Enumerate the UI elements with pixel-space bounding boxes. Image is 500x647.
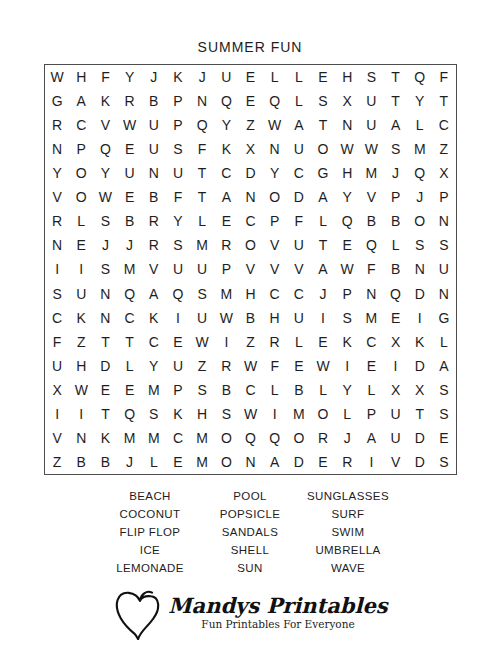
grid-cell-r7c11: F	[287, 209, 311, 233]
grid-cell-r14c14: L	[359, 378, 383, 402]
grid-cell-r17c9: N	[238, 450, 262, 474]
grid-cell-r3c4: W	[118, 113, 142, 137]
grid-cell-r12c11: L	[287, 330, 311, 354]
grid-cell-r1c5: J	[142, 65, 166, 89]
puzzle-title: SUMMER FUN	[0, 39, 500, 55]
grid-cell-r14c17: S	[432, 378, 456, 402]
grid-cell-r10c7: S	[190, 282, 214, 306]
grid-cell-r14c12: L	[311, 378, 335, 402]
grid-cell-r3c13: N	[335, 113, 359, 137]
grid-cell-r17c17: S	[432, 450, 456, 474]
grid-cell-r16c5: M	[142, 426, 166, 450]
grid-cell-r8c16: S	[408, 233, 432, 257]
grid-cell-r9c4: M	[118, 257, 142, 281]
grid-cell-r9c5: V	[142, 257, 166, 281]
grid-cell-r16c14: A	[359, 426, 383, 450]
grid-cell-r17c4: J	[118, 450, 142, 474]
grid-cell-r9c3: S	[93, 257, 117, 281]
grid-cell-r3c10: W	[263, 113, 287, 137]
grid-cell-r5c1: Y	[45, 161, 69, 185]
grid-cell-r4c1: N	[45, 137, 69, 161]
grid-cell-r5c4: U	[118, 161, 142, 185]
grid-cell-r11c10: H	[263, 306, 287, 330]
grid-cell-r9c16: N	[408, 257, 432, 281]
grid-cell-r2c10: Q	[263, 89, 287, 113]
grid-cell-r9c10: V	[263, 257, 287, 281]
grid-cell-r16c9: Q	[238, 426, 262, 450]
grid-cell-r11c16: I	[408, 306, 432, 330]
grid-cell-r14c11: B	[287, 378, 311, 402]
grid-cell-r17c7: M	[190, 450, 214, 474]
grid-cell-r11c13: S	[335, 306, 359, 330]
grid-cell-r4c13: W	[335, 137, 359, 161]
grid-cell-r14c1: X	[45, 378, 69, 402]
grid-cell-r12c12: E	[311, 330, 335, 354]
grid-cell-r7c2: L	[69, 209, 93, 233]
grid-cell-r10c10: C	[263, 282, 287, 306]
grid-cell-r8c3: J	[93, 233, 117, 257]
grid-cell-r16c1: V	[45, 426, 69, 450]
grid-cell-r13c17: A	[432, 354, 456, 378]
grid-cell-r14c8: B	[214, 378, 238, 402]
grid-cell-r13c9: W	[238, 354, 262, 378]
grid-cell-r1c6: K	[166, 65, 190, 89]
grid-cell-r3c15: A	[383, 113, 407, 137]
grid-cell-r15c14: P	[359, 402, 383, 426]
grid-cell-r5c14: M	[359, 161, 383, 185]
grid-cell-r14c2: W	[69, 378, 93, 402]
grid-cell-r12c16: K	[408, 330, 432, 354]
grid-cell-r9c2: I	[69, 257, 93, 281]
grid-cell-r17c3: B	[93, 450, 117, 474]
grid-cell-r8c14: Q	[359, 233, 383, 257]
grid-cell-r12c15: X	[383, 330, 407, 354]
grid-cell-r15c5: S	[142, 402, 166, 426]
grid-cell-r6c12: A	[311, 185, 335, 209]
grid-cell-r15c1: I	[45, 402, 69, 426]
grid-cell-r5c17: X	[432, 161, 456, 185]
grid-cell-r6c2: O	[69, 185, 93, 209]
grid-cell-r7c17: N	[432, 209, 456, 233]
grid-cell-r17c13: R	[335, 450, 359, 474]
grid-cell-r16c13: J	[335, 426, 359, 450]
grid-cell-r9c13: W	[335, 257, 359, 281]
grid-cell-r14c10: L	[263, 378, 287, 402]
grid-cell-r6c5: B	[142, 185, 166, 209]
grid-cell-r7c14: B	[359, 209, 383, 233]
grid-cell-r3c9: Z	[238, 113, 262, 137]
grid-cell-r3c11: A	[287, 113, 311, 137]
grid-cell-r15c17: S	[432, 402, 456, 426]
grid-cell-r15c8: S	[214, 402, 238, 426]
grid-cell-r10c11: C	[287, 282, 311, 306]
grid-cell-r5c10: Y	[263, 161, 287, 185]
grid-cell-r8c9: O	[238, 233, 262, 257]
grid-cell-r10c9: H	[238, 282, 262, 306]
grid-cell-r6c6: F	[166, 185, 190, 209]
grid-cell-r4c11: U	[287, 137, 311, 161]
grid-cell-r15c6: K	[166, 402, 190, 426]
grid-cell-r1c14: S	[359, 65, 383, 89]
grid-cell-r4c16: M	[408, 137, 432, 161]
grid-cell-r1c3: F	[93, 65, 117, 89]
grid-cell-r6c15: P	[383, 185, 407, 209]
grid-cell-r3c1: R	[45, 113, 69, 137]
grid-cell-r3c3: V	[93, 113, 117, 137]
grid-cell-r9c12: A	[311, 257, 335, 281]
grid-cell-r5c16: Q	[408, 161, 432, 185]
grid-cell-r11c11: U	[287, 306, 311, 330]
grid-cell-r6c4: E	[118, 185, 142, 209]
grid-cell-r15c13: L	[335, 402, 359, 426]
grid-cell-r16c17: E	[432, 426, 456, 450]
grid-cell-r2c13: X	[335, 89, 359, 113]
grid-cell-r5c13: H	[335, 161, 359, 185]
grid-cell-r4c12: O	[311, 137, 335, 161]
grid-cell-r4c3: Q	[93, 137, 117, 161]
grid-cell-r7c1: R	[45, 209, 69, 233]
grid-cell-r1c17: F	[432, 65, 456, 89]
grid-cell-r9c8: P	[214, 257, 238, 281]
grid-cell-r12c6: E	[166, 330, 190, 354]
grid-cell-r1c9: E	[238, 65, 262, 89]
grid-cell-r13c1: U	[45, 354, 69, 378]
grid-cell-r11c1: C	[45, 306, 69, 330]
grid-cell-r14c4: E	[118, 378, 142, 402]
grid-cell-r8c6: S	[166, 233, 190, 257]
grid-cell-r11c14: M	[359, 306, 383, 330]
grid-cell-r12c10: R	[263, 330, 287, 354]
grid-cell-r17c5: L	[142, 450, 166, 474]
grid-cell-r16c16: D	[408, 426, 432, 450]
grid-cell-r8c1: N	[45, 233, 69, 257]
grid-cell-r9c1: I	[45, 257, 69, 281]
grid-cell-r11c15: E	[383, 306, 407, 330]
brand-footer: Mandys Printables Fun Printables For Eve…	[0, 588, 500, 640]
worksheet-page: SUMMER FUN WHFYJKJUELLEHSTQFGAKRBPNQEQLS…	[0, 0, 500, 647]
grid-cell-r2c4: R	[118, 89, 142, 113]
grid-cell-r8c4: J	[118, 233, 142, 257]
grid-cell-r2c17: T	[432, 89, 456, 113]
grid-cell-r10c15: Q	[383, 282, 407, 306]
grid-cell-r5c9: D	[238, 161, 262, 185]
grid-cell-r10c12: J	[311, 282, 335, 306]
grid-cell-r1c8: U	[214, 65, 238, 89]
grid-cell-r2c9: E	[238, 89, 262, 113]
grid-cell-r3c17: C	[432, 113, 456, 137]
grid-cell-r6c9: N	[238, 185, 262, 209]
grid-cell-r7c13: Q	[335, 209, 359, 233]
grid-cell-r15c4: Q	[118, 402, 142, 426]
grid-cell-r1c1: W	[45, 65, 69, 89]
grid-cell-r4c15: S	[383, 137, 407, 161]
grid-cell-r3c16: L	[408, 113, 432, 137]
grid-cell-r15c2: I	[69, 402, 93, 426]
grid-cell-r7c8: E	[214, 209, 238, 233]
grid-cell-r8c10: V	[263, 233, 287, 257]
grid-cell-r1c2: H	[69, 65, 93, 89]
grid-cell-r12c14: C	[359, 330, 383, 354]
grid-cell-r14c6: P	[166, 378, 190, 402]
grid-cell-r16c3: K	[93, 426, 117, 450]
grid-cell-r13c8: R	[214, 354, 238, 378]
grid-cell-r13c6: U	[166, 354, 190, 378]
grid-cell-r13c13: I	[335, 354, 359, 378]
grid-cell-r9c15: B	[383, 257, 407, 281]
grid-cell-r6c14: V	[359, 185, 383, 209]
grid-cell-r6c17: P	[432, 185, 456, 209]
grid-cell-r13c12: W	[311, 354, 335, 378]
word-list: BEACHCOCONUTFLIP FLOPICELEMONADEPOOLPOPS…	[0, 487, 500, 579]
grid-cell-r2c3: K	[93, 89, 117, 113]
grid-cell-r9c6: U	[166, 257, 190, 281]
grid-cell-r3c5: U	[142, 113, 166, 137]
brand-text-block: Mandys Printables Fun Printables For Eve…	[168, 595, 387, 631]
grid-cell-r7c16: O	[408, 209, 432, 233]
grid-cell-r14c15: X	[383, 378, 407, 402]
grid-cell-r4c5: U	[142, 137, 166, 161]
grid-cell-r5c3: Y	[93, 161, 117, 185]
grid-cell-r13c16: D	[408, 354, 432, 378]
brand-name: Mandys Printables	[168, 595, 387, 617]
grid-cell-r13c10: F	[263, 354, 287, 378]
grid-cell-r10c8: M	[214, 282, 238, 306]
word-item: SURF	[282, 505, 414, 523]
word-list-column-3: SUNGLASSESSURFSWIMUMBRELLAWAVE	[282, 487, 414, 577]
grid-cell-r16c12: R	[311, 426, 335, 450]
grid-cell-r4c8: K	[214, 137, 238, 161]
grid-cell-r4c7: F	[190, 137, 214, 161]
grid-cell-r1c11: L	[287, 65, 311, 89]
grid-cell-r7c15: B	[383, 209, 407, 233]
grid-cell-r12c9: Z	[238, 330, 262, 354]
grid-cell-r17c1: Z	[45, 450, 69, 474]
grid-cell-r8c7: M	[190, 233, 214, 257]
word-item: UMBRELLA	[282, 541, 414, 559]
grid-cell-r16c7: M	[190, 426, 214, 450]
grid-cell-r8c17: S	[432, 233, 456, 257]
word-item: SUNGLASSES	[282, 487, 414, 505]
grid-cell-r10c6: Q	[166, 282, 190, 306]
grid-cell-r4c4: E	[118, 137, 142, 161]
grid-cell-r11c12: I	[311, 306, 335, 330]
grid-cell-r4c14: W	[359, 137, 383, 161]
heart-icon	[112, 588, 166, 640]
grid-cell-r15c15: U	[383, 402, 407, 426]
grid-cell-r10c1: S	[45, 282, 69, 306]
grid-cell-r12c1: F	[45, 330, 69, 354]
grid-cell-r17c14: I	[359, 450, 383, 474]
word-item: WAVE	[282, 559, 414, 577]
grid-cell-r3c6: P	[166, 113, 190, 137]
grid-cell-r6c11: D	[287, 185, 311, 209]
grid-cell-r16c11: O	[287, 426, 311, 450]
grid-cell-r16c4: M	[118, 426, 142, 450]
grid-cell-r16c8: O	[214, 426, 238, 450]
grid-cell-r13c3: D	[93, 354, 117, 378]
grid-cell-r11c6: I	[166, 306, 190, 330]
grid-cell-r11c4: C	[118, 306, 142, 330]
grid-cell-r1c10: L	[263, 65, 287, 89]
grid-cell-r15c3: T	[93, 402, 117, 426]
grid-cell-r3c7: Q	[190, 113, 214, 137]
grid-cell-r10c17: N	[432, 282, 456, 306]
grid-cell-r13c7: Z	[190, 354, 214, 378]
grid-cell-r13c15: I	[383, 354, 407, 378]
grid-cell-r10c14: N	[359, 282, 383, 306]
grid-cell-r8c11: U	[287, 233, 311, 257]
grid-cell-r8c12: T	[311, 233, 335, 257]
grid-cell-r16c15: U	[383, 426, 407, 450]
brand-tagline: Fun Printables For Everyone	[168, 618, 387, 631]
grid-cell-r14c9: C	[238, 378, 262, 402]
grid-cell-r6c1: V	[45, 185, 69, 209]
grid-cell-r12c13: K	[335, 330, 359, 354]
grid-cell-r17c10: A	[263, 450, 287, 474]
grid-cell-r6c8: A	[214, 185, 238, 209]
grid-cell-r2c8: Q	[214, 89, 238, 113]
grid-cell-r15c16: T	[408, 402, 432, 426]
grid-cell-r12c17: L	[432, 330, 456, 354]
grid-cell-r8c8: R	[214, 233, 238, 257]
grid-cell-r4c10: N	[263, 137, 287, 161]
grid-cell-r17c6: E	[166, 450, 190, 474]
grid-cell-r11c17: G	[432, 306, 456, 330]
grid-cell-r7c7: L	[190, 209, 214, 233]
grid-cell-r15c11: M	[287, 402, 311, 426]
grid-cell-r1c16: Q	[408, 65, 432, 89]
grid-cell-r7c10: P	[263, 209, 287, 233]
grid-cell-r4c6: S	[166, 137, 190, 161]
grid-cell-r3c12: T	[311, 113, 335, 137]
grid-cell-r13c4: L	[118, 354, 142, 378]
grid-cell-r8c15: L	[383, 233, 407, 257]
grid-cell-r2c2: A	[69, 89, 93, 113]
grid-cell-r8c2: E	[69, 233, 93, 257]
grid-cell-r2c15: T	[383, 89, 407, 113]
grid-cell-r16c10: Q	[263, 426, 287, 450]
grid-cell-r5c11: C	[287, 161, 311, 185]
grid-cell-r5c8: C	[214, 161, 238, 185]
grid-cell-r12c8: I	[214, 330, 238, 354]
grid-cell-r16c2: N	[69, 426, 93, 450]
grid-cell-r2c6: P	[166, 89, 190, 113]
grid-cell-r14c5: M	[142, 378, 166, 402]
grid-cell-r7c12: L	[311, 209, 335, 233]
grid-cell-r5c5: N	[142, 161, 166, 185]
grid-cell-r7c9: C	[238, 209, 262, 233]
grid-cell-r2c7: N	[190, 89, 214, 113]
grid-cell-r1c15: T	[383, 65, 407, 89]
grid-cell-r5c15: J	[383, 161, 407, 185]
grid-cell-r14c7: S	[190, 378, 214, 402]
grid-cell-r13c11: E	[287, 354, 311, 378]
grid-cell-r12c5: C	[142, 330, 166, 354]
grid-cell-r3c2: C	[69, 113, 93, 137]
grid-cell-r2c12: S	[311, 89, 335, 113]
grid-cell-r15c10: I	[263, 402, 287, 426]
grid-cell-r1c4: Y	[118, 65, 142, 89]
grid-cell-r11c8: W	[214, 306, 238, 330]
grid-cell-r12c3: T	[93, 330, 117, 354]
grid-cell-r9c7: U	[190, 257, 214, 281]
grid-cell-r17c15: V	[383, 450, 407, 474]
grid-cell-r14c16: X	[408, 378, 432, 402]
grid-cell-r13c5: Y	[142, 354, 166, 378]
grid-cell-r7c6: Y	[166, 209, 190, 233]
grid-cell-r11c5: K	[142, 306, 166, 330]
word-search-grid: WHFYJKJUELLEHSTQFGAKRBPNQEQLSXUTYTRCVWUP…	[44, 64, 457, 475]
grid-cell-r11c9: B	[238, 306, 262, 330]
grid-cell-r17c2: B	[69, 450, 93, 474]
grid-cell-r6c10: O	[263, 185, 287, 209]
grid-cell-r2c16: Y	[408, 89, 432, 113]
grid-cell-r9c17: U	[432, 257, 456, 281]
grid-cell-r15c7: H	[190, 402, 214, 426]
grid-cell-r5c7: T	[190, 161, 214, 185]
grid-cell-r17c8: O	[214, 450, 238, 474]
grid-cell-r3c14: U	[359, 113, 383, 137]
grid-cell-r4c2: P	[69, 137, 93, 161]
grid-cell-r9c9: V	[238, 257, 262, 281]
grid-cell-r7c4: B	[118, 209, 142, 233]
grid-cell-r14c13: Y	[335, 378, 359, 402]
grid-cell-r2c14: U	[359, 89, 383, 113]
word-item: SWIM	[282, 523, 414, 541]
grid-cell-r9c11: V	[287, 257, 311, 281]
grid-cell-r2c1: G	[45, 89, 69, 113]
grid-cell-r17c12: E	[311, 450, 335, 474]
grid-cell-r6c16: J	[408, 185, 432, 209]
grid-cell-r8c13: E	[335, 233, 359, 257]
grid-cell-r15c9: W	[238, 402, 262, 426]
grid-cell-r12c7: W	[190, 330, 214, 354]
grid-cell-r3c8: Y	[214, 113, 238, 137]
grid-cell-r16c6: C	[166, 426, 190, 450]
grid-cell-r12c2: Z	[69, 330, 93, 354]
grid-cell-r9c14: F	[359, 257, 383, 281]
grid-cell-r8c5: R	[142, 233, 166, 257]
grid-cell-r1c7: J	[190, 65, 214, 89]
grid-cell-r2c11: L	[287, 89, 311, 113]
grid-cell-r5c2: O	[69, 161, 93, 185]
grid-cell-r5c6: U	[166, 161, 190, 185]
grid-cell-r6c13: Y	[335, 185, 359, 209]
grid-cell-r7c5: R	[142, 209, 166, 233]
grid-cell-r10c13: P	[335, 282, 359, 306]
grid-cell-r10c5: A	[142, 282, 166, 306]
grid-cell-r14c3: E	[93, 378, 117, 402]
grid-cell-r10c4: Q	[118, 282, 142, 306]
grid-cell-r6c7: T	[190, 185, 214, 209]
grid-cell-r10c3: N	[93, 282, 117, 306]
grid-cell-r4c9: X	[238, 137, 262, 161]
grid-cell-r13c2: H	[69, 354, 93, 378]
grid-cell-r11c2: K	[69, 306, 93, 330]
grid-cell-r7c3: S	[93, 209, 117, 233]
grid-cell-r17c16: D	[408, 450, 432, 474]
grid-cell-r5c12: G	[311, 161, 335, 185]
grid-cell-r1c13: H	[335, 65, 359, 89]
grid-cell-r2c5: B	[142, 89, 166, 113]
grid-cell-r4c17: Z	[432, 137, 456, 161]
grid-cell-r10c2: U	[69, 282, 93, 306]
grid-cell-r10c16: D	[408, 282, 432, 306]
grid-cell-r11c3: N	[93, 306, 117, 330]
grid-cell-r6c3: W	[93, 185, 117, 209]
grid-cell-r17c11: D	[287, 450, 311, 474]
grid-cell-r11c7: U	[190, 306, 214, 330]
